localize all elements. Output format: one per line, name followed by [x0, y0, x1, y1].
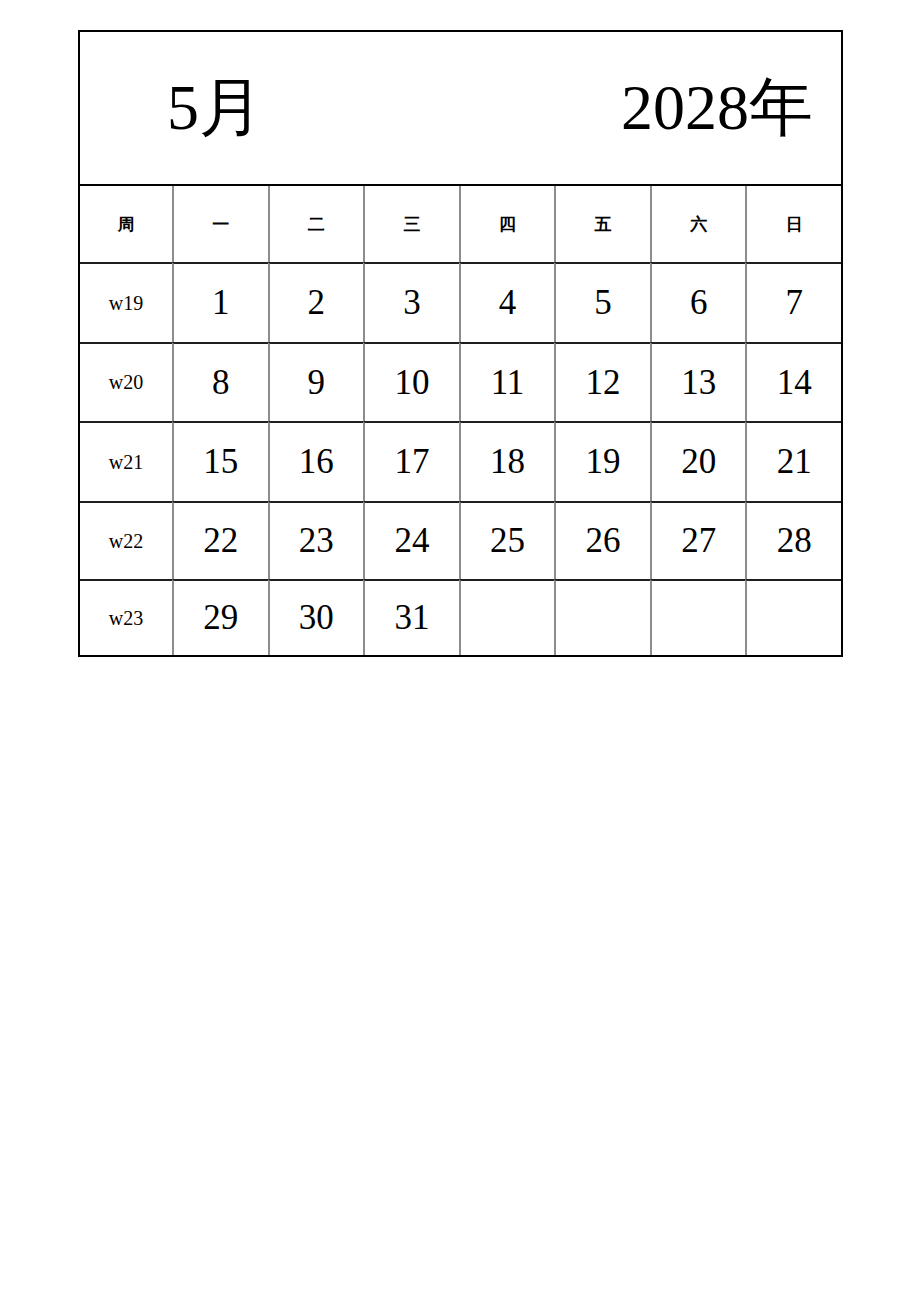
- date-cell: 2: [268, 262, 364, 342]
- date-cell: 19: [554, 421, 650, 501]
- week-number-cell: w21: [80, 421, 172, 501]
- week-number-cell: w20: [80, 342, 172, 421]
- weekday-header-cell: 五: [554, 186, 650, 262]
- empty-date-cell: [459, 579, 555, 655]
- weekday-header-cell: 日: [745, 186, 841, 262]
- weekday-header-cell: 一: [172, 186, 268, 262]
- week-number-cell: w19: [80, 262, 172, 342]
- week-column-header: 周: [80, 186, 172, 262]
- weekday-header-cell: 二: [268, 186, 364, 262]
- date-cell: 7: [745, 262, 841, 342]
- week-number-cell: w22: [80, 501, 172, 579]
- date-cell: 28: [745, 501, 841, 579]
- date-cell: 31: [363, 579, 459, 655]
- date-cell: 10: [363, 342, 459, 421]
- date-cell: 30: [268, 579, 364, 655]
- date-cell: 27: [650, 501, 746, 579]
- year-title: 2028年: [621, 76, 813, 140]
- date-cell: 16: [268, 421, 364, 501]
- empty-date-cell: [650, 579, 746, 655]
- empty-date-cell: [745, 579, 841, 655]
- date-cell: 18: [459, 421, 555, 501]
- date-cell: 13: [650, 342, 746, 421]
- date-cell: 4: [459, 262, 555, 342]
- date-cell: 9: [268, 342, 364, 421]
- date-cell: 12: [554, 342, 650, 421]
- date-cell: 26: [554, 501, 650, 579]
- date-cell: 21: [745, 421, 841, 501]
- empty-date-cell: [554, 579, 650, 655]
- weekday-header-cell: 四: [459, 186, 555, 262]
- weekday-header-cell: 三: [363, 186, 459, 262]
- date-cell: 22: [172, 501, 268, 579]
- date-cell: 1: [172, 262, 268, 342]
- date-cell: 15: [172, 421, 268, 501]
- date-cell: 6: [650, 262, 746, 342]
- date-cell: 25: [459, 501, 555, 579]
- date-cell: 5: [554, 262, 650, 342]
- date-cell: 14: [745, 342, 841, 421]
- date-cell: 23: [268, 501, 364, 579]
- date-cell: 8: [172, 342, 268, 421]
- week-number-cell: w23: [80, 579, 172, 655]
- date-cell: 29: [172, 579, 268, 655]
- date-cell: 24: [363, 501, 459, 579]
- date-cell: 3: [363, 262, 459, 342]
- date-cell: 17: [363, 421, 459, 501]
- date-cell: 11: [459, 342, 555, 421]
- weekday-header-cell: 六: [650, 186, 746, 262]
- calendar-page: 5月 2028年 周一二三四五六日w191234567w208910111213…: [0, 0, 920, 1302]
- calendar-header: 5月 2028年: [78, 30, 843, 186]
- month-title: 5月: [167, 76, 263, 140]
- calendar-grid: 周一二三四五六日w191234567w20891011121314w211516…: [78, 186, 843, 657]
- date-cell: 20: [650, 421, 746, 501]
